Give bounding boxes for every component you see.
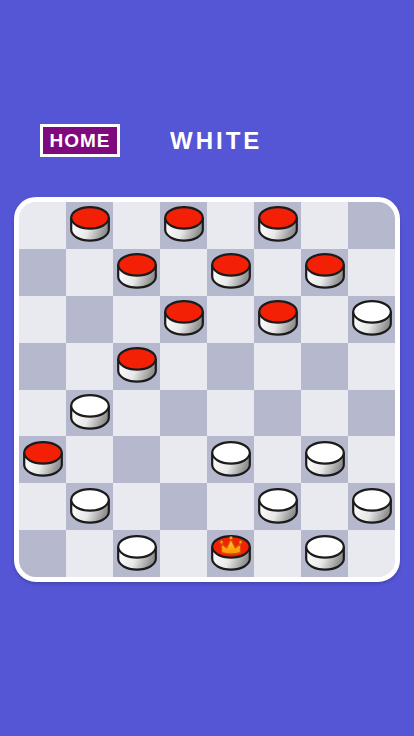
red-piece[interactable] — [210, 252, 252, 290]
white-piece[interactable] — [69, 393, 111, 431]
square-r1c1 — [19, 202, 66, 249]
square-r5c7 — [301, 390, 348, 437]
square-r4c7[interactable] — [301, 343, 348, 390]
white-piece[interactable] — [116, 533, 158, 571]
square-r4c3[interactable] — [113, 343, 160, 390]
square-r6c6 — [254, 436, 301, 483]
square-r5c1 — [19, 390, 66, 437]
square-r1c8[interactable] — [348, 202, 395, 249]
square-r6c8 — [348, 436, 395, 483]
square-r7c1 — [19, 483, 66, 530]
white-piece[interactable] — [257, 487, 299, 525]
white-piece[interactable] — [69, 487, 111, 525]
app-screen: HOME WHITE — [0, 0, 414, 736]
turn-indicator-label: WHITE — [170, 124, 262, 157]
square-r2c3[interactable] — [113, 249, 160, 296]
square-r7c8[interactable] — [348, 483, 395, 530]
square-r6c1[interactable] — [19, 436, 66, 483]
square-r8c3[interactable] — [113, 530, 160, 577]
square-r8c2 — [66, 530, 113, 577]
square-r3c2[interactable] — [66, 296, 113, 343]
square-r2c5[interactable] — [207, 249, 254, 296]
square-r8c5[interactable] — [207, 530, 254, 577]
square-r7c6[interactable] — [254, 483, 301, 530]
red-piece[interactable] — [257, 205, 299, 243]
square-r4c2 — [66, 343, 113, 390]
square-r2c6 — [254, 249, 301, 296]
square-r4c5[interactable] — [207, 343, 254, 390]
square-r3c7 — [301, 296, 348, 343]
square-r8c6 — [254, 530, 301, 577]
square-r2c1[interactable] — [19, 249, 66, 296]
square-r3c1 — [19, 296, 66, 343]
white-piece[interactable] — [351, 487, 393, 525]
square-r3c8[interactable] — [348, 296, 395, 343]
square-r8c8 — [348, 530, 395, 577]
red-piece[interactable] — [69, 205, 111, 243]
square-r8c1[interactable] — [19, 530, 66, 577]
board-frame — [14, 197, 400, 582]
red-piece[interactable] — [163, 205, 205, 243]
square-r7c4[interactable] — [160, 483, 207, 530]
square-r5c5 — [207, 390, 254, 437]
square-r1c7 — [301, 202, 348, 249]
square-r6c3[interactable] — [113, 436, 160, 483]
square-r1c5 — [207, 202, 254, 249]
red-piece[interactable] — [163, 299, 205, 337]
square-r1c6[interactable] — [254, 202, 301, 249]
square-r3c5 — [207, 296, 254, 343]
square-r8c4 — [160, 530, 207, 577]
square-r3c6[interactable] — [254, 296, 301, 343]
square-r7c2[interactable] — [66, 483, 113, 530]
checkers-board — [19, 202, 395, 577]
square-r6c2 — [66, 436, 113, 483]
white-piece[interactable] — [210, 440, 252, 478]
square-r7c7 — [301, 483, 348, 530]
square-r5c3 — [113, 390, 160, 437]
red-king-piece[interactable] — [210, 533, 252, 571]
square-r4c4 — [160, 343, 207, 390]
square-r1c2[interactable] — [66, 202, 113, 249]
square-r4c6 — [254, 343, 301, 390]
red-piece[interactable] — [257, 299, 299, 337]
square-r4c1[interactable] — [19, 343, 66, 390]
square-r8c7[interactable] — [301, 530, 348, 577]
red-piece[interactable] — [116, 252, 158, 290]
red-piece[interactable] — [22, 440, 64, 478]
square-r2c2 — [66, 249, 113, 296]
white-piece[interactable] — [351, 299, 393, 337]
square-r1c3 — [113, 202, 160, 249]
square-r5c6[interactable] — [254, 390, 301, 437]
square-r2c4 — [160, 249, 207, 296]
white-piece[interactable] — [304, 533, 346, 571]
square-r7c5 — [207, 483, 254, 530]
square-r7c3 — [113, 483, 160, 530]
square-r3c4[interactable] — [160, 296, 207, 343]
white-piece[interactable] — [304, 440, 346, 478]
square-r1c4[interactable] — [160, 202, 207, 249]
square-r6c4 — [160, 436, 207, 483]
square-r6c7[interactable] — [301, 436, 348, 483]
red-piece[interactable] — [116, 346, 158, 384]
square-r2c7[interactable] — [301, 249, 348, 296]
square-r5c8[interactable] — [348, 390, 395, 437]
square-r4c8 — [348, 343, 395, 390]
red-piece[interactable] — [304, 252, 346, 290]
square-r3c3 — [113, 296, 160, 343]
square-r5c4[interactable] — [160, 390, 207, 437]
square-r6c5[interactable] — [207, 436, 254, 483]
square-r2c8 — [348, 249, 395, 296]
home-button[interactable]: HOME — [40, 124, 120, 157]
square-r5c2[interactable] — [66, 390, 113, 437]
